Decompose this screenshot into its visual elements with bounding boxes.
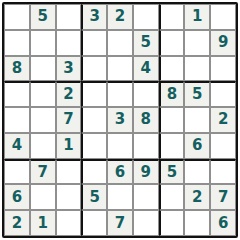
cell-r7c8-empty[interactable] (184, 159, 210, 185)
cell-r6c7-empty[interactable] (159, 133, 185, 159)
cell-r9c7-empty[interactable] (159, 210, 185, 236)
cell-r8c9-given: 7 (210, 184, 236, 210)
cell-r3c8-empty[interactable] (184, 56, 210, 82)
cell-r6c9-empty[interactable] (210, 133, 236, 159)
cell-r6c6-empty[interactable] (133, 133, 159, 159)
cell-r1c5-given: 2 (107, 4, 133, 30)
cell-r4c6-empty[interactable] (133, 81, 159, 107)
cell-r9c6-empty[interactable] (133, 210, 159, 236)
cell-r4c9-empty[interactable] (210, 81, 236, 107)
cell-r8c3-empty[interactable] (56, 184, 82, 210)
cell-r1c4-given: 3 (81, 4, 107, 30)
cell-r3c5-empty[interactable] (107, 56, 133, 82)
cell-r5c6-given: 8 (133, 107, 159, 133)
cell-r2c6-given: 5 (133, 30, 159, 56)
cell-r6c1-given: 4 (4, 133, 30, 159)
cell-r4c4-empty[interactable] (81, 81, 107, 107)
cell-r2c5-empty[interactable] (107, 30, 133, 56)
cell-r7c1-empty[interactable] (4, 159, 30, 185)
cell-r9c3-empty[interactable] (56, 210, 82, 236)
cell-r6c5-empty[interactable] (107, 133, 133, 159)
cell-r2c2-empty[interactable] (30, 30, 56, 56)
cell-r3c1-given: 8 (4, 56, 30, 82)
sudoku-page: 5321598342857382416769565272176 (0, 0, 240, 240)
cell-r1c9-empty[interactable] (210, 4, 236, 30)
cell-r9c9-given: 6 (210, 210, 236, 236)
cell-r3c9-empty[interactable] (210, 56, 236, 82)
cell-r9c2-given: 1 (30, 210, 56, 236)
cell-r1c3-empty[interactable] (56, 4, 82, 30)
cell-r1c2-given: 5 (30, 4, 56, 30)
cell-r1c8-given: 1 (184, 4, 210, 30)
sudoku-board: 5321598342857382416769565272176 (2, 2, 238, 238)
cell-r3c4-empty[interactable] (81, 56, 107, 82)
cell-r5c7-empty[interactable] (159, 107, 185, 133)
cell-r5c3-given: 7 (56, 107, 82, 133)
cell-r9c8-empty[interactable] (184, 210, 210, 236)
cell-r9c4-empty[interactable] (81, 210, 107, 236)
cell-r8c8-given: 2 (184, 184, 210, 210)
cell-r1c6-empty[interactable] (133, 4, 159, 30)
cell-r8c1-given: 6 (4, 184, 30, 210)
cell-r4c2-empty[interactable] (30, 81, 56, 107)
cell-r5c4-empty[interactable] (81, 107, 107, 133)
cell-r9c1-given: 2 (4, 210, 30, 236)
cell-r7c5-given: 6 (107, 159, 133, 185)
cell-r5c2-empty[interactable] (30, 107, 56, 133)
cell-r7c6-given: 9 (133, 159, 159, 185)
cell-r4c8-given: 5 (184, 81, 210, 107)
cell-r2c3-empty[interactable] (56, 30, 82, 56)
cell-r6c8-given: 6 (184, 133, 210, 159)
cell-r7c3-empty[interactable] (56, 159, 82, 185)
cell-r8c7-empty[interactable] (159, 184, 185, 210)
cell-r4c7-given: 8 (159, 81, 185, 107)
cell-r7c9-empty[interactable] (210, 159, 236, 185)
cell-r5c8-empty[interactable] (184, 107, 210, 133)
cell-r2c8-empty[interactable] (184, 30, 210, 56)
cell-r7c7-given: 5 (159, 159, 185, 185)
cell-r8c2-empty[interactable] (30, 184, 56, 210)
cell-r6c3-given: 1 (56, 133, 82, 159)
cell-r6c2-empty[interactable] (30, 133, 56, 159)
cell-r5c9-given: 2 (210, 107, 236, 133)
cell-r8c5-empty[interactable] (107, 184, 133, 210)
cell-r4c3-given: 2 (56, 81, 82, 107)
cell-r4c5-empty[interactable] (107, 81, 133, 107)
cell-r2c9-given: 9 (210, 30, 236, 56)
cell-r3c2-empty[interactable] (30, 56, 56, 82)
cell-r1c1-empty[interactable] (4, 4, 30, 30)
cell-r2c4-empty[interactable] (81, 30, 107, 56)
cell-r3c7-empty[interactable] (159, 56, 185, 82)
cell-r3c3-given: 3 (56, 56, 82, 82)
cell-r6c4-empty[interactable] (81, 133, 107, 159)
cell-r4c1-empty[interactable] (4, 81, 30, 107)
cell-r2c7-empty[interactable] (159, 30, 185, 56)
cell-r3c6-given: 4 (133, 56, 159, 82)
cell-r5c5-given: 3 (107, 107, 133, 133)
cell-r9c5-given: 7 (107, 210, 133, 236)
cell-r7c4-empty[interactable] (81, 159, 107, 185)
cell-r5c1-empty[interactable] (4, 107, 30, 133)
cell-r7c2-given: 7 (30, 159, 56, 185)
cell-r8c6-empty[interactable] (133, 184, 159, 210)
cell-r8c4-given: 5 (81, 184, 107, 210)
cell-r1c7-empty[interactable] (159, 4, 185, 30)
cell-r2c1-empty[interactable] (4, 30, 30, 56)
